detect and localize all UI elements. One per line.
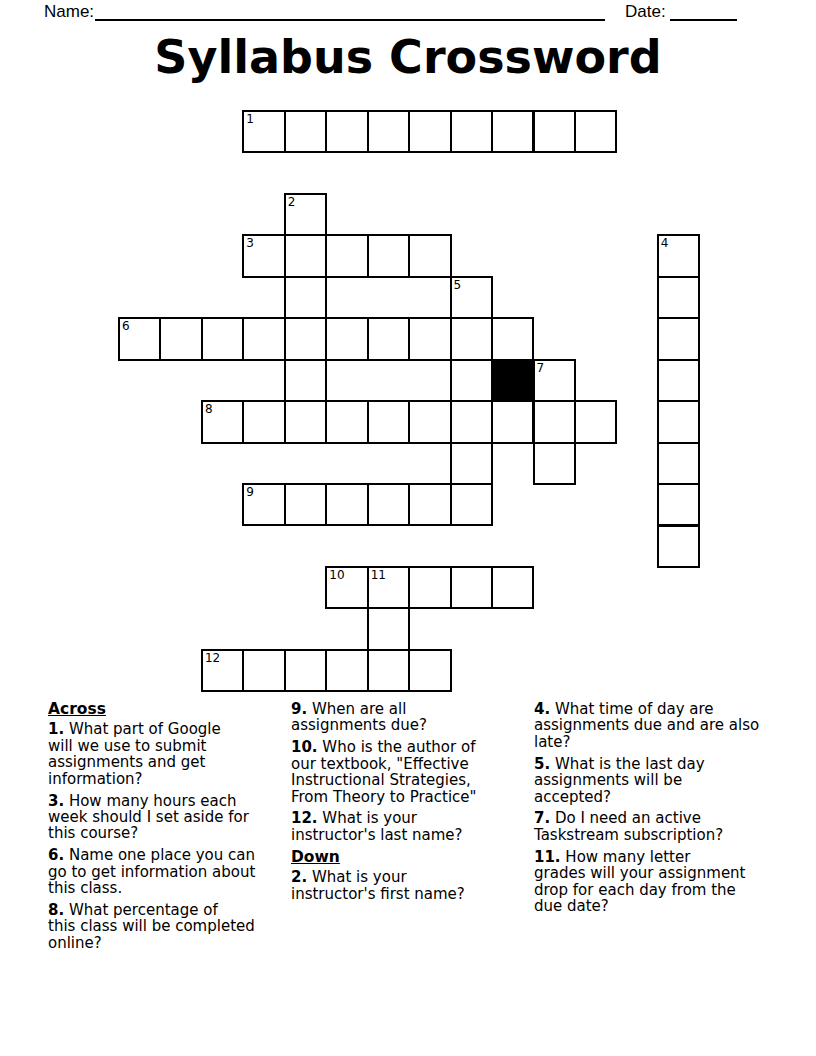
clues-column-1: Across1. What part of Google will we use… bbox=[48, 701, 292, 957]
crossword-cell[interactable] bbox=[450, 317, 493, 360]
clue-across-6: 6. Name one place you can go to get info… bbox=[48, 847, 292, 896]
clue-down-2: 2. What is your instructor's first name? bbox=[291, 869, 535, 902]
across-header: Across bbox=[48, 701, 292, 717]
crossword-cell[interactable] bbox=[367, 317, 410, 360]
cell-number: 12 bbox=[205, 651, 220, 665]
crossword-cell[interactable] bbox=[450, 442, 493, 485]
clue-number: 4. bbox=[534, 700, 550, 718]
crossword-cell[interactable] bbox=[367, 234, 410, 277]
crossword-cell[interactable] bbox=[533, 110, 576, 153]
clues-column-2: 9. When are all assignments due?10. Who … bbox=[291, 701, 535, 907]
crossword-cell[interactable] bbox=[242, 649, 285, 692]
crossword-cell[interactable] bbox=[284, 359, 327, 402]
crossword-cell[interactable] bbox=[533, 442, 576, 485]
crossword-grid: 123456789101112 bbox=[0, 0, 816, 700]
blocked-cell bbox=[491, 359, 534, 402]
cell-number: 8 bbox=[205, 402, 213, 416]
cell-number: 2 bbox=[288, 195, 296, 209]
down-header: Down bbox=[291, 849, 535, 865]
crossword-cell[interactable] bbox=[450, 110, 493, 153]
crossword-cell[interactable] bbox=[491, 566, 534, 609]
crossword-cell[interactable] bbox=[284, 234, 327, 277]
clue-number: 6. bbox=[48, 846, 64, 864]
clue-across-1: 1. What part of Google will we use to su… bbox=[48, 721, 292, 787]
clue-down-7: 7. Do I need an active Taskstream subscr… bbox=[534, 810, 778, 843]
crossword-cell[interactable]: 5 bbox=[450, 276, 493, 319]
crossword-cell[interactable]: 7 bbox=[533, 359, 576, 402]
crossword-cell[interactable] bbox=[491, 317, 534, 360]
crossword-cell[interactable]: 2 bbox=[284, 193, 327, 236]
clue-down-5: 5. What is the last day assignments will… bbox=[534, 756, 778, 805]
worksheet-page: Name: Date: Syllabus Crossword 123456789… bbox=[0, 0, 816, 1056]
crossword-cell[interactable] bbox=[450, 400, 493, 443]
crossword-cell[interactable] bbox=[408, 649, 451, 692]
crossword-cell[interactable]: 10 bbox=[325, 566, 368, 609]
clue-number: 7. bbox=[534, 809, 550, 827]
crossword-cell[interactable] bbox=[657, 276, 700, 319]
crossword-cell[interactable] bbox=[657, 359, 700, 402]
clue-number: 5. bbox=[534, 755, 550, 773]
cell-number: 9 bbox=[246, 485, 254, 499]
crossword-cell[interactable]: 3 bbox=[242, 234, 285, 277]
crossword-cell[interactable] bbox=[367, 483, 410, 526]
crossword-cell[interactable] bbox=[242, 400, 285, 443]
crossword-cell[interactable] bbox=[159, 317, 202, 360]
crossword-cell[interactable]: 9 bbox=[242, 483, 285, 526]
crossword-cell[interactable] bbox=[450, 566, 493, 609]
crossword-cell[interactable] bbox=[491, 110, 534, 153]
clues-column-3: 4. What time of day are assignments due … bbox=[534, 701, 778, 920]
crossword-cell[interactable] bbox=[325, 400, 368, 443]
crossword-cell[interactable] bbox=[533, 400, 576, 443]
clue-across-10: 10. Who is the author of our textbook, "… bbox=[291, 739, 535, 805]
crossword-cell[interactable]: 11 bbox=[367, 566, 410, 609]
crossword-cell[interactable] bbox=[284, 276, 327, 319]
clue-number: 3. bbox=[48, 792, 64, 810]
clue-number: 10. bbox=[291, 738, 318, 756]
clue-number: 1. bbox=[48, 720, 64, 738]
crossword-cell[interactable] bbox=[284, 110, 327, 153]
crossword-cell[interactable] bbox=[408, 483, 451, 526]
crossword-cell[interactable]: 12 bbox=[201, 649, 244, 692]
crossword-cell[interactable] bbox=[325, 234, 368, 277]
crossword-cell[interactable] bbox=[367, 110, 410, 153]
crossword-cell[interactable] bbox=[408, 234, 451, 277]
crossword-cell[interactable]: 4 bbox=[657, 234, 700, 277]
cell-number: 5 bbox=[454, 278, 462, 292]
clue-number: 12. bbox=[291, 809, 318, 827]
crossword-cell[interactable] bbox=[657, 317, 700, 360]
crossword-cell[interactable] bbox=[657, 442, 700, 485]
crossword-cell[interactable] bbox=[367, 649, 410, 692]
crossword-cell[interactable] bbox=[408, 317, 451, 360]
crossword-cell[interactable] bbox=[325, 317, 368, 360]
crossword-cell[interactable] bbox=[491, 400, 534, 443]
crossword-cell[interactable] bbox=[657, 525, 700, 568]
crossword-cell[interactable] bbox=[367, 607, 410, 650]
crossword-cell[interactable] bbox=[201, 317, 244, 360]
crossword-cell[interactable] bbox=[408, 566, 451, 609]
cell-number: 1 bbox=[246, 112, 254, 126]
crossword-cell[interactable] bbox=[408, 110, 451, 153]
crossword-cell[interactable]: 1 bbox=[242, 110, 285, 153]
crossword-cell[interactable] bbox=[284, 317, 327, 360]
cell-number: 6 bbox=[122, 319, 130, 333]
crossword-cell[interactable] bbox=[325, 483, 368, 526]
crossword-cell[interactable] bbox=[657, 400, 700, 443]
crossword-cell[interactable] bbox=[450, 483, 493, 526]
clue-down-11: 11. How many letter grades will your ass… bbox=[534, 849, 778, 915]
cell-number: 4 bbox=[661, 236, 669, 250]
crossword-cell[interactable] bbox=[657, 483, 700, 526]
cell-number: 3 bbox=[246, 236, 254, 250]
clue-number: 9. bbox=[291, 700, 307, 718]
crossword-cell[interactable] bbox=[284, 483, 327, 526]
crossword-cell[interactable] bbox=[574, 110, 617, 153]
clue-across-3: 3. How many hours each week should I set… bbox=[48, 793, 292, 842]
crossword-cell[interactable] bbox=[325, 649, 368, 692]
crossword-cell[interactable]: 6 bbox=[118, 317, 161, 360]
crossword-cell[interactable] bbox=[574, 400, 617, 443]
cell-number: 10 bbox=[329, 568, 344, 582]
cell-number: 11 bbox=[371, 568, 386, 582]
crossword-cell[interactable] bbox=[325, 110, 368, 153]
crossword-cell[interactable] bbox=[284, 400, 327, 443]
clue-down-4: 4. What time of day are assignments due … bbox=[534, 701, 778, 750]
crossword-cell[interactable] bbox=[408, 400, 451, 443]
crossword-cell[interactable] bbox=[284, 649, 327, 692]
crossword-cell[interactable]: 8 bbox=[201, 400, 244, 443]
clue-across-8: 8. What percentage of this class will be… bbox=[48, 902, 292, 951]
clue-number: 8. bbox=[48, 901, 64, 919]
crossword-cell[interactable] bbox=[367, 400, 410, 443]
clue-number: 11. bbox=[534, 848, 561, 866]
cell-number: 7 bbox=[537, 361, 545, 375]
clue-number: 2. bbox=[291, 868, 307, 886]
crossword-cell[interactable] bbox=[450, 359, 493, 402]
crossword-cell[interactable] bbox=[242, 317, 285, 360]
clue-across-12: 12. What is your instructor's last name? bbox=[291, 810, 535, 843]
clue-across-9: 9. When are all assignments due? bbox=[291, 701, 535, 734]
